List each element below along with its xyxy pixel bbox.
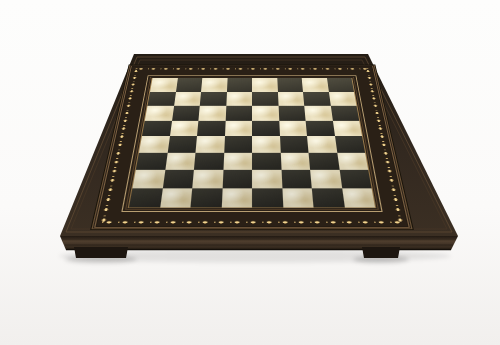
board-body <box>0 0 500 345</box>
board-foot-right <box>362 247 400 258</box>
photo-backdrop <box>0 0 500 345</box>
board-foot-left <box>74 247 128 258</box>
board-frame-silhouette <box>60 54 458 236</box>
